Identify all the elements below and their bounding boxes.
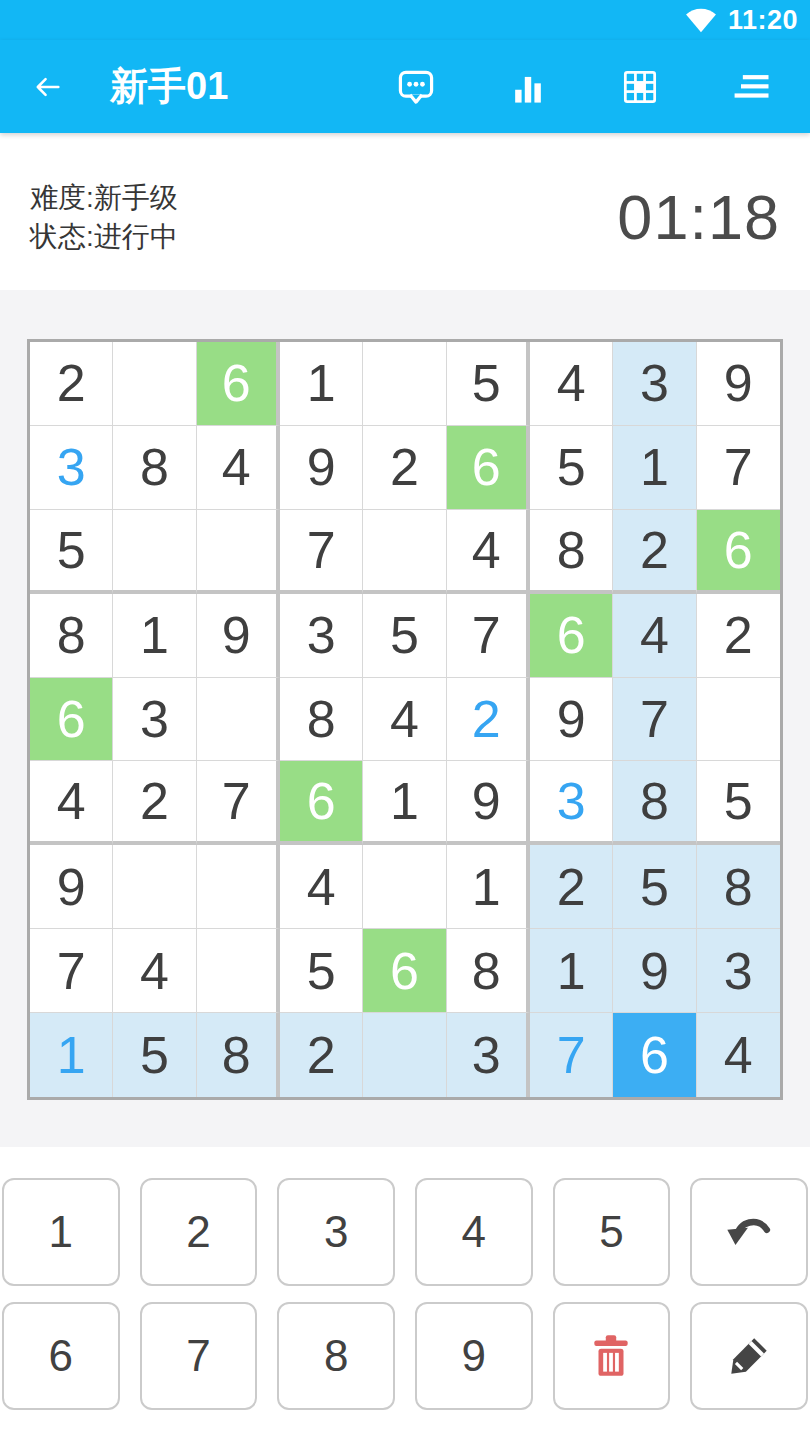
game-info-text: 难度:新手级 状态:进行中	[30, 178, 178, 256]
cell-r5c7[interactable]: 9	[530, 678, 613, 762]
cell-r1c1[interactable]: 2	[30, 342, 113, 426]
cell-r9c1[interactable]: 1	[30, 1013, 113, 1097]
erase-button[interactable]	[553, 1302, 671, 1410]
trash-icon	[586, 1331, 636, 1381]
board-area: 2615439384926517574826819357642638429742…	[0, 290, 810, 1147]
cell-r7c6[interactable]: 1	[447, 845, 530, 929]
cell-r5c8[interactable]: 7	[613, 678, 696, 762]
cell-r8c5[interactable]: 6	[363, 929, 446, 1013]
cell-r7c5[interactable]	[363, 845, 446, 929]
cell-r4c7[interactable]: 6	[530, 594, 613, 678]
key-4[interactable]: 4	[415, 1178, 533, 1286]
cell-r5c3[interactable]	[197, 678, 280, 762]
cell-r3c8[interactable]: 2	[613, 510, 696, 594]
cell-r8c1[interactable]: 7	[30, 929, 113, 1013]
cell-r4c6[interactable]: 7	[447, 594, 530, 678]
cell-r5c6[interactable]: 2	[447, 678, 530, 762]
cell-r1c8[interactable]: 3	[613, 342, 696, 426]
cell-r2c5[interactable]: 2	[363, 426, 446, 510]
cell-r3c5[interactable]	[363, 510, 446, 594]
cell-r9c7[interactable]: 7	[530, 1013, 613, 1097]
cell-r3c6[interactable]: 4	[447, 510, 530, 594]
cell-r1c4[interactable]: 1	[280, 342, 363, 426]
cell-r3c9[interactable]: 6	[697, 510, 780, 594]
cell-r9c6[interactable]: 3	[447, 1013, 530, 1097]
cell-r6c2[interactable]: 2	[113, 761, 196, 845]
game-info: 难度:新手级 状态:进行中 01:18	[0, 133, 810, 290]
app-bar-actions	[394, 63, 774, 111]
undo-icon	[723, 1206, 775, 1258]
cell-r7c1[interactable]: 9	[30, 845, 113, 929]
cell-r4c1[interactable]: 8	[30, 594, 113, 678]
cell-r9c2[interactable]: 5	[113, 1013, 196, 1097]
cell-r8c2[interactable]: 4	[113, 929, 196, 1013]
difficulty-label: 难度:新手级	[30, 178, 178, 217]
cell-r8c6[interactable]: 8	[447, 929, 530, 1013]
cell-r3c7[interactable]: 8	[530, 510, 613, 594]
cell-r7c7[interactable]: 2	[530, 845, 613, 929]
undo-button[interactable]	[690, 1178, 808, 1286]
key-2[interactable]: 2	[140, 1178, 258, 1286]
cell-r9c4[interactable]: 2	[280, 1013, 363, 1097]
cell-r2c3[interactable]: 4	[197, 426, 280, 510]
cell-r8c3[interactable]	[197, 929, 280, 1013]
key-3[interactable]: 3	[277, 1178, 395, 1286]
key-5[interactable]: 5	[553, 1178, 671, 1286]
cell-r7c4[interactable]: 4	[280, 845, 363, 929]
cell-r9c3[interactable]: 8	[197, 1013, 280, 1097]
cell-r5c1[interactable]: 6	[30, 678, 113, 762]
cell-r2c1[interactable]: 3	[30, 426, 113, 510]
cell-r8c4[interactable]: 5	[280, 929, 363, 1013]
cell-r1c2[interactable]	[113, 342, 196, 426]
cell-r2c2[interactable]: 8	[113, 426, 196, 510]
key-1[interactable]: 1	[2, 1178, 120, 1286]
pencil-button[interactable]	[690, 1302, 808, 1410]
cell-r2c4[interactable]: 9	[280, 426, 363, 510]
cell-r7c9[interactable]: 8	[697, 845, 780, 929]
cell-r1c3[interactable]: 6	[197, 342, 280, 426]
cell-r6c8[interactable]: 8	[613, 761, 696, 845]
cell-r6c7[interactable]: 3	[530, 761, 613, 845]
bar-chart-icon[interactable]	[506, 63, 550, 111]
status-time: 11:20	[728, 5, 798, 36]
cell-r7c2[interactable]	[113, 845, 196, 929]
timer: 01:18	[617, 181, 780, 253]
cell-r2c9[interactable]: 7	[697, 426, 780, 510]
cell-r5c4[interactable]: 8	[280, 678, 363, 762]
status-label: 状态:进行中	[30, 217, 178, 256]
chat-bubble-icon[interactable]	[394, 63, 438, 111]
cell-r6c3[interactable]: 7	[197, 761, 280, 845]
back-arrow-icon[interactable]	[30, 70, 64, 104]
cell-r9c8[interactable]: 6	[613, 1013, 696, 1097]
cell-r3c2[interactable]	[113, 510, 196, 594]
cell-r6c6[interactable]: 9	[447, 761, 530, 845]
key-6[interactable]: 6	[2, 1302, 120, 1410]
wifi-icon	[684, 6, 718, 34]
cell-r6c9[interactable]: 5	[697, 761, 780, 845]
key-7[interactable]: 7	[140, 1302, 258, 1410]
cell-r1c5[interactable]	[363, 342, 446, 426]
cell-r9c5[interactable]	[363, 1013, 446, 1097]
cell-r5c5[interactable]: 4	[363, 678, 446, 762]
menu-icon[interactable]	[730, 63, 774, 111]
sudoku-board: 2615439384926517574826819357642638429742…	[27, 339, 783, 1100]
cell-r3c4[interactable]: 7	[280, 510, 363, 594]
cell-r7c8[interactable]: 5	[613, 845, 696, 929]
keypad: 1 2 3 4 5 6 7 8 9	[0, 1147, 810, 1440]
key-9[interactable]: 9	[415, 1302, 533, 1410]
cell-r1c9[interactable]: 9	[697, 342, 780, 426]
cell-r1c6[interactable]: 5	[447, 342, 530, 426]
cell-r8c7[interactable]: 1	[530, 929, 613, 1013]
app-bar: 新手01	[0, 40, 810, 133]
key-8[interactable]: 8	[277, 1302, 395, 1410]
cell-r8c9[interactable]: 3	[697, 929, 780, 1013]
cell-r1c7[interactable]: 4	[530, 342, 613, 426]
cell-r2c6[interactable]: 6	[447, 426, 530, 510]
cell-r4c8[interactable]: 4	[613, 594, 696, 678]
cell-r8c8[interactable]: 9	[613, 929, 696, 1013]
grid-icon[interactable]	[618, 63, 662, 111]
cell-r5c2[interactable]: 3	[113, 678, 196, 762]
cell-r4c4[interactable]: 3	[280, 594, 363, 678]
cell-r3c1[interactable]: 5	[30, 510, 113, 594]
cell-r5c9[interactable]	[697, 678, 780, 762]
cell-r6c4[interactable]: 6	[280, 761, 363, 845]
cell-r7c3[interactable]	[197, 845, 280, 929]
cell-r4c5[interactable]: 5	[363, 594, 446, 678]
pencil-icon	[724, 1331, 774, 1381]
page-title: 新手01	[110, 61, 228, 112]
cell-r6c1[interactable]: 4	[30, 761, 113, 845]
cell-r4c9[interactable]: 2	[697, 594, 780, 678]
cell-r3c3[interactable]	[197, 510, 280, 594]
cell-r4c3[interactable]: 9	[197, 594, 280, 678]
cell-r2c8[interactable]: 1	[613, 426, 696, 510]
cell-r2c7[interactable]: 5	[530, 426, 613, 510]
cell-r6c5[interactable]: 1	[363, 761, 446, 845]
status-bar: 11:20	[0, 0, 810, 40]
cell-r9c9[interactable]: 4	[697, 1013, 780, 1097]
cell-r4c2[interactable]: 1	[113, 594, 196, 678]
